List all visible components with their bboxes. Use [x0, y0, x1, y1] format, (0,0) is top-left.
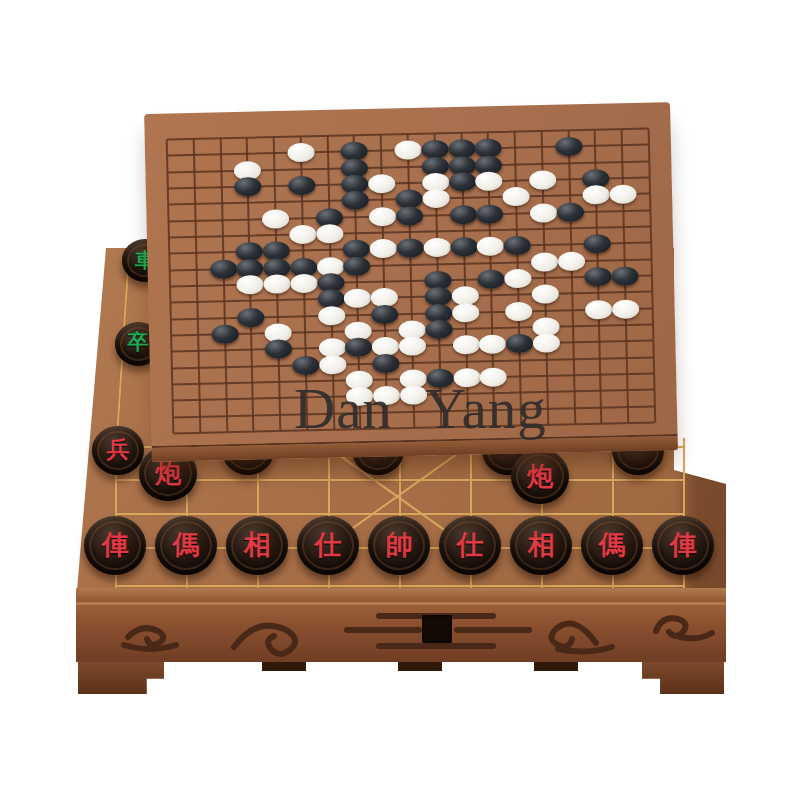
- go-stone-black[interactable]: [506, 334, 533, 354]
- go-stone-black[interactable]: [425, 320, 452, 340]
- go-stone-white[interactable]: [558, 251, 585, 271]
- go-stone-white[interactable]: [263, 274, 290, 294]
- go-stone-white[interactable]: [319, 355, 346, 375]
- go-stone-white[interactable]: [531, 252, 558, 272]
- go-stone-black[interactable]: [397, 239, 424, 259]
- piece-character: 傌: [173, 531, 200, 558]
- xiangqi-piece-red-backrow[interactable]: 相: [226, 516, 288, 575]
- go-stone-black[interactable]: [288, 176, 315, 196]
- xiangqi-piece-red-backrow[interactable]: 仕: [297, 516, 359, 575]
- go-stone-white[interactable]: [502, 187, 529, 207]
- go-stone-black[interactable]: [234, 177, 261, 197]
- xiangqi-piece-red-backrow[interactable]: 帥: [368, 516, 430, 575]
- base-foot-right: [642, 662, 724, 694]
- go-stone-black[interactable]: [237, 307, 264, 327]
- xiangqi-piece-red-backrow[interactable]: 俥: [652, 516, 714, 575]
- go-stone-white[interactable]: [504, 269, 531, 289]
- go-stone-white[interactable]: [287, 143, 314, 163]
- go-stone-white[interactable]: [452, 335, 479, 355]
- go-stone-white[interactable]: [422, 189, 449, 209]
- go-stone-white[interactable]: [318, 306, 345, 326]
- xiangqi-rank-line: [115, 585, 685, 587]
- go-stone-black[interactable]: [584, 234, 611, 254]
- go-stone-white[interactable]: [530, 203, 557, 223]
- piece-character: 兵: [107, 438, 130, 461]
- xiangqi-piece-red-backrow[interactable]: 仕: [439, 516, 501, 575]
- piece-character: 仕: [315, 531, 342, 558]
- go-stone-black[interactable]: [209, 259, 236, 279]
- piece-character: 炮: [527, 463, 553, 489]
- go-stone-white[interactable]: [531, 284, 558, 304]
- piece-character: 卒: [128, 332, 149, 353]
- piece-character: 相: [528, 531, 555, 558]
- go-stone-white[interactable]: [316, 224, 343, 244]
- go-stone-white[interactable]: [290, 274, 317, 294]
- base-back-foot: [398, 662, 442, 671]
- go-stone-white[interactable]: [529, 170, 556, 190]
- base-back-foot: [534, 662, 578, 671]
- xiangqi-piece-red-cannon[interactable]: 炮: [511, 449, 569, 504]
- go-stone-black[interactable]: [449, 205, 476, 225]
- piece-character: 俥: [102, 531, 129, 558]
- go-stone-black[interactable]: [371, 304, 398, 324]
- xiangqi-board-front-edge: [76, 588, 726, 602]
- go-stone-white[interactable]: [289, 225, 316, 245]
- go-stone-black[interactable]: [265, 340, 292, 360]
- go-stone-white[interactable]: [533, 333, 560, 353]
- base-foot-left: [78, 662, 164, 694]
- go-stone-black[interactable]: [585, 267, 612, 287]
- piece-character: 帥: [386, 531, 413, 558]
- go-stone-black[interactable]: [342, 191, 369, 211]
- piece-character: 相: [244, 531, 271, 558]
- go-stone-white[interactable]: [370, 239, 397, 259]
- go-stone-black[interactable]: [504, 236, 531, 256]
- go-stone-black[interactable]: [611, 266, 638, 286]
- piece-character: 俥: [670, 531, 697, 558]
- go-stone-white[interactable]: [452, 303, 479, 323]
- carved-base-band: [76, 602, 726, 662]
- go-stone-white[interactable]: [477, 237, 504, 257]
- cloud-scroll-carving-left: [116, 611, 331, 659]
- base-back-foot: [262, 662, 306, 671]
- carving-bar-bottom: [376, 643, 496, 649]
- go-stone-white[interactable]: [423, 238, 450, 258]
- xiangqi-piece-red-backrow[interactable]: 傌: [155, 516, 217, 575]
- go-stone-white[interactable]: [368, 174, 395, 194]
- go-stone-black[interactable]: [343, 256, 370, 276]
- go-stone-black[interactable]: [345, 338, 372, 358]
- go-stone-black[interactable]: [478, 269, 505, 289]
- go-stone-white[interactable]: [583, 185, 610, 205]
- go-stone-white[interactable]: [479, 335, 506, 355]
- go-stone-white[interactable]: [262, 209, 289, 229]
- go-stone-black[interactable]: [555, 137, 582, 157]
- xiangqi-piece-red-backrow[interactable]: 俥: [84, 516, 146, 575]
- piece-character: 仕: [457, 531, 484, 558]
- go-stone-white[interactable]: [394, 141, 421, 161]
- xiangqi-rank-line: [115, 479, 685, 481]
- go-stone-black[interactable]: [396, 206, 423, 226]
- piece-character: 炮: [155, 460, 181, 486]
- go-stone-white[interactable]: [610, 185, 637, 205]
- go-stone-white[interactable]: [612, 299, 639, 319]
- go-stone-black[interactable]: [211, 324, 238, 344]
- xiangqi-piece-red-backrow[interactable]: 傌: [581, 516, 643, 575]
- xiangqi-rank-line: [115, 513, 685, 515]
- go-stone-white[interactable]: [344, 289, 371, 309]
- xiangqi-piece-red-backrow[interactable]: 相: [510, 516, 572, 575]
- carving-bar-left: [344, 627, 422, 633]
- go-stone-white[interactable]: [475, 171, 502, 191]
- go-stone-black[interactable]: [476, 204, 503, 224]
- go-stone-white[interactable]: [505, 301, 532, 321]
- go-stone-black[interactable]: [449, 172, 476, 192]
- go-stone-white[interactable]: [237, 275, 264, 295]
- go-stone-white[interactable]: [369, 206, 396, 226]
- carving-center-slot: [422, 615, 452, 643]
- go-stone-white[interactable]: [399, 337, 426, 357]
- product-photo-stage: 兵車卒炮炮俥傌相仕帥仕相傌俥 Dan Yang: [0, 0, 800, 800]
- go-stone-black[interactable]: [450, 237, 477, 257]
- xiangqi-piece-red-pawn[interactable]: 兵: [92, 426, 144, 475]
- go-stone-black[interactable]: [556, 202, 583, 222]
- piece-character: 傌: [599, 531, 626, 558]
- go-stone-white[interactable]: [585, 300, 612, 320]
- go-stone-black[interactable]: [292, 355, 319, 375]
- watermark-text: Dan Yang: [294, 380, 547, 437]
- cloud-scroll-carving-right: [548, 609, 718, 657]
- carving-bar-right: [454, 627, 532, 633]
- go-stone-black[interactable]: [372, 353, 399, 373]
